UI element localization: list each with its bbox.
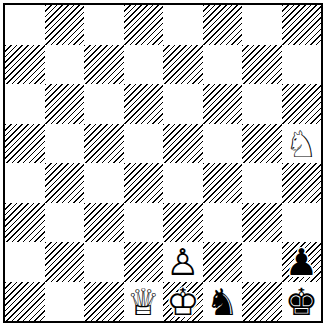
square-a8[interactable] — [5, 5, 45, 45]
square-h2[interactable]: ♟♟ — [282, 242, 322, 282]
square-a1[interactable] — [5, 282, 45, 322]
square-d7[interactable] — [124, 45, 164, 85]
square-b2[interactable] — [45, 242, 85, 282]
piece-glyph: ♔ — [166, 284, 199, 321]
square-a4[interactable] — [5, 163, 45, 203]
piece-white-queen[interactable]: ♛♕ — [127, 284, 160, 321]
square-h3[interactable] — [282, 203, 322, 243]
square-d1[interactable]: ♛♕ — [124, 282, 164, 322]
piece-body-fill: ♟ — [166, 244, 199, 281]
square-b8[interactable] — [45, 5, 85, 45]
piece-body-fill: ♟ — [285, 244, 318, 281]
piece-body-fill: ♛ — [127, 284, 160, 321]
square-h4[interactable] — [282, 163, 322, 203]
square-f4[interactable] — [203, 163, 243, 203]
square-g5[interactable] — [242, 124, 282, 164]
square-b1[interactable] — [45, 282, 85, 322]
piece-white-pawn[interactable]: ♟♙ — [166, 244, 199, 281]
square-a6[interactable] — [5, 84, 45, 124]
piece-glyph: ♕ — [127, 284, 160, 321]
square-g8[interactable] — [242, 5, 282, 45]
square-a5[interactable] — [5, 124, 45, 164]
square-f2[interactable] — [203, 242, 243, 282]
square-e4[interactable] — [163, 163, 203, 203]
square-e8[interactable] — [163, 5, 203, 45]
square-f3[interactable] — [203, 203, 243, 243]
square-c2[interactable] — [84, 242, 124, 282]
square-g2[interactable] — [242, 242, 282, 282]
square-g4[interactable] — [242, 163, 282, 203]
square-d3[interactable] — [124, 203, 164, 243]
square-a7[interactable] — [5, 45, 45, 85]
piece-black-pawn[interactable]: ♟♟ — [285, 244, 318, 281]
square-h1[interactable]: ♚♚ — [282, 282, 322, 322]
square-e3[interactable] — [163, 203, 203, 243]
square-d6[interactable] — [124, 84, 164, 124]
square-c8[interactable] — [84, 5, 124, 45]
square-f8[interactable] — [203, 5, 243, 45]
square-a2[interactable] — [5, 242, 45, 282]
square-b3[interactable] — [45, 203, 85, 243]
square-d8[interactable] — [124, 5, 164, 45]
square-e6[interactable] — [163, 84, 203, 124]
square-e7[interactable] — [163, 45, 203, 85]
piece-white-king[interactable]: ♚♔ — [166, 284, 199, 321]
square-c1[interactable] — [84, 282, 124, 322]
square-b6[interactable] — [45, 84, 85, 124]
square-c3[interactable] — [84, 203, 124, 243]
square-d4[interactable] — [124, 163, 164, 203]
square-a3[interactable] — [5, 203, 45, 243]
square-f6[interactable] — [203, 84, 243, 124]
square-c6[interactable] — [84, 84, 124, 124]
square-b7[interactable] — [45, 45, 85, 85]
piece-glyph: ♚ — [285, 284, 318, 321]
piece-glyph: ♞ — [206, 284, 239, 321]
piece-body-fill: ♞ — [206, 284, 239, 321]
piece-black-knight[interactable]: ♞♞ — [206, 284, 239, 321]
square-b4[interactable] — [45, 163, 85, 203]
square-c7[interactable] — [84, 45, 124, 85]
square-g1[interactable] — [242, 282, 282, 322]
square-f1[interactable]: ♞♞ — [203, 282, 243, 322]
chess-board: ♞♘♟♙♟♟♛♕♚♔♞♞♚♚ — [5, 5, 321, 321]
square-d5[interactable] — [124, 124, 164, 164]
chess-board-frame: ♞♘♟♙♟♟♛♕♚♔♞♞♚♚ — [3, 3, 323, 323]
piece-glyph: ♘ — [285, 126, 318, 163]
square-g3[interactable] — [242, 203, 282, 243]
square-h5[interactable]: ♞♘ — [282, 124, 322, 164]
piece-body-fill: ♚ — [166, 284, 199, 321]
square-b5[interactable] — [45, 124, 85, 164]
diagram-page: ♞♘♟♙♟♟♛♕♚♔♞♞♚♚ — [0, 0, 332, 332]
square-c4[interactable] — [84, 163, 124, 203]
piece-white-knight[interactable]: ♞♘ — [285, 126, 318, 163]
square-c5[interactable] — [84, 124, 124, 164]
square-d2[interactable] — [124, 242, 164, 282]
square-g6[interactable] — [242, 84, 282, 124]
square-f7[interactable] — [203, 45, 243, 85]
square-f5[interactable] — [203, 124, 243, 164]
square-g7[interactable] — [242, 45, 282, 85]
piece-body-fill: ♞ — [285, 126, 318, 163]
piece-glyph: ♟ — [285, 244, 318, 281]
square-e5[interactable] — [163, 124, 203, 164]
square-e1[interactable]: ♚♔ — [163, 282, 203, 322]
square-h8[interactable] — [282, 5, 322, 45]
piece-glyph: ♙ — [166, 244, 199, 281]
piece-body-fill: ♚ — [285, 284, 318, 321]
square-h6[interactable] — [282, 84, 322, 124]
piece-black-king[interactable]: ♚♚ — [285, 284, 318, 321]
square-e2[interactable]: ♟♙ — [163, 242, 203, 282]
square-h7[interactable] — [282, 45, 322, 85]
